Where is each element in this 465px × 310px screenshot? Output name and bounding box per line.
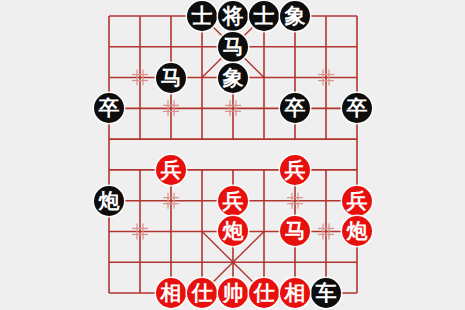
piece-red-advisor[interactable]: 仕 — [249, 278, 279, 308]
piece-black-horse[interactable]: 马 — [156, 63, 186, 93]
piece-black-advisor[interactable]: 士 — [187, 1, 217, 31]
piece-red-pawn[interactable]: 兵 — [280, 155, 310, 185]
piece-black-elephant[interactable]: 象 — [218, 63, 248, 93]
piece-black-cannon[interactable]: 炮 — [94, 186, 124, 216]
piece-red-elephant[interactable]: 相 — [156, 278, 186, 308]
piece-red-advisor[interactable]: 仕 — [187, 278, 217, 308]
piece-black-advisor[interactable]: 士 — [249, 1, 279, 31]
piece-black-king[interactable]: 将 — [218, 1, 248, 31]
piece-red-pawn[interactable]: 兵 — [218, 186, 248, 216]
piece-red-pawn[interactable]: 兵 — [156, 155, 186, 185]
piece-red-king[interactable]: 帅 — [218, 278, 248, 308]
piece-red-elephant[interactable]: 相 — [280, 278, 310, 308]
piece-red-cannon[interactable]: 炮 — [342, 216, 372, 246]
piece-black-chariot[interactable]: 车 — [311, 278, 341, 308]
piece-red-pawn[interactable]: 兵 — [342, 186, 372, 216]
xiangqi-board-screen: 士将士象马马象卒卒卒炮车兵兵兵兵炮马炮相仕帅仕相 — [0, 0, 465, 310]
piece-black-horse[interactable]: 马 — [218, 32, 248, 62]
piece-red-cannon[interactable]: 炮 — [218, 216, 248, 246]
piece-black-elephant[interactable]: 象 — [280, 1, 310, 31]
